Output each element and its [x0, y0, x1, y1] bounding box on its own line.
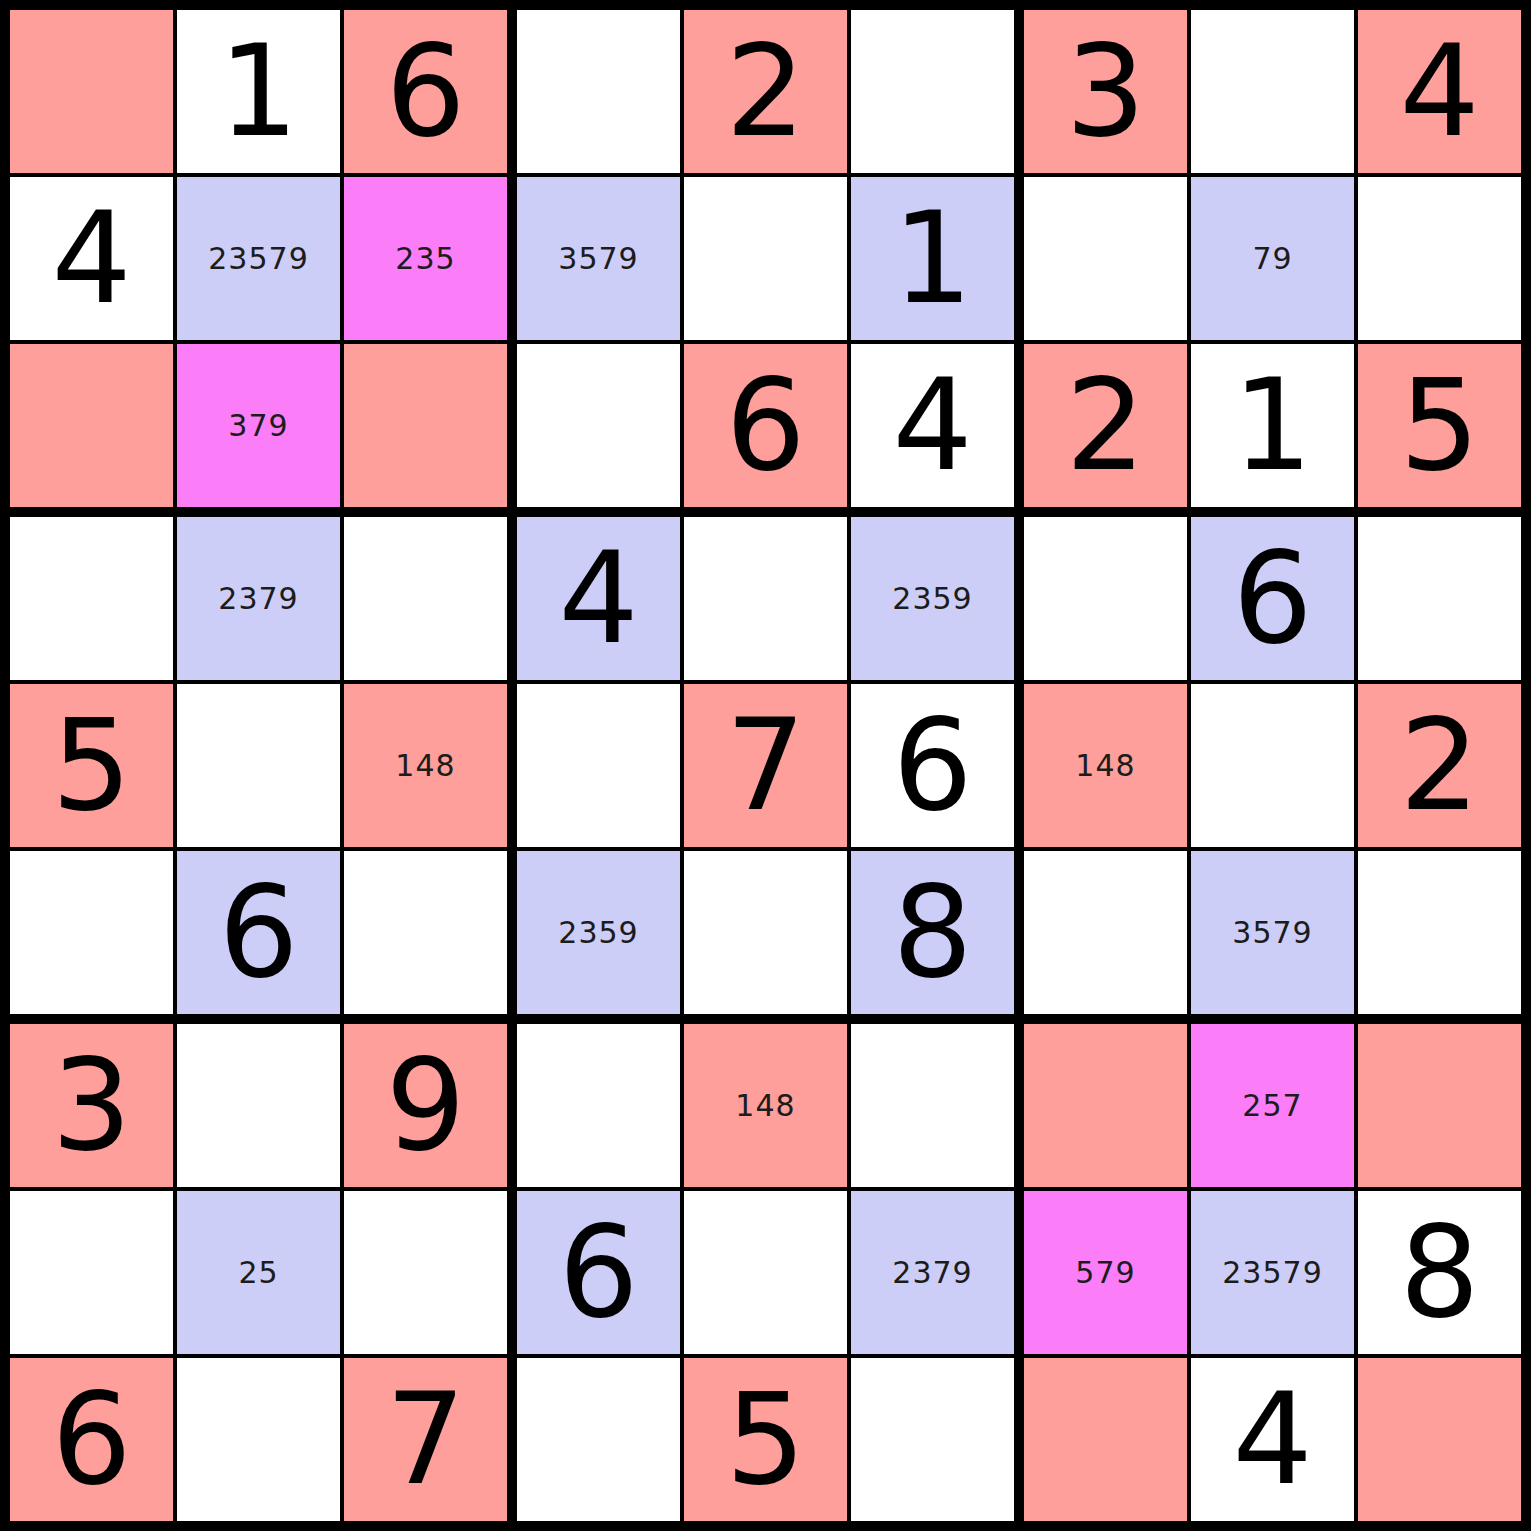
- cell-r1c4[interactable]: [517, 10, 684, 177]
- cell-r6c2[interactable]: 6: [177, 851, 344, 1024]
- cell-r2c3[interactable]: 235: [344, 177, 517, 344]
- solved-digit: 8: [1399, 1210, 1479, 1336]
- cell-r3c7[interactable]: 2: [1024, 344, 1191, 517]
- cell-r4c1[interactable]: [10, 517, 177, 684]
- candidate-digits: 579: [1075, 1258, 1135, 1288]
- solved-digit: 6: [385, 29, 465, 155]
- cell-r8c2[interactable]: 25: [177, 1191, 344, 1358]
- solved-digit: 7: [725, 703, 805, 829]
- cell-r1c2[interactable]: 1: [177, 10, 344, 177]
- candidate-digits: 379: [228, 411, 288, 441]
- cell-r6c5[interactable]: [684, 851, 851, 1024]
- solved-digit: 4: [51, 196, 131, 322]
- candidate-digits: 25: [238, 1258, 278, 1288]
- cell-r3c6[interactable]: 4: [851, 344, 1024, 517]
- cell-r4c6[interactable]: 2359: [851, 517, 1024, 684]
- cell-r9c1[interactable]: 6: [10, 1358, 177, 1521]
- cell-r5c5[interactable]: 7: [684, 684, 851, 851]
- cell-r8c3[interactable]: [344, 1191, 517, 1358]
- sudoku-board: 1623442357923535791793796421523794235965…: [0, 0, 1531, 1531]
- cell-r9c4[interactable]: [517, 1358, 684, 1521]
- cell-r6c1[interactable]: [10, 851, 177, 1024]
- cell-r3c4[interactable]: [517, 344, 684, 517]
- cell-r3c2[interactable]: 379: [177, 344, 344, 517]
- cell-r5c2[interactable]: [177, 684, 344, 851]
- solved-digit: 2: [725, 29, 805, 155]
- cell-r3c8[interactable]: 1: [1191, 344, 1358, 517]
- cell-r4c3[interactable]: [344, 517, 517, 684]
- cell-r3c5[interactable]: 6: [684, 344, 851, 517]
- cell-r8c5[interactable]: [684, 1191, 851, 1358]
- cell-r1c6[interactable]: [851, 10, 1024, 177]
- cell-r7c4[interactable]: [517, 1024, 684, 1191]
- cell-r9c5[interactable]: 5: [684, 1358, 851, 1521]
- candidate-digits: 2359: [892, 584, 972, 614]
- solved-digit: 1: [218, 29, 298, 155]
- cell-r7c3[interactable]: 9: [344, 1024, 517, 1191]
- cell-r7c7[interactable]: [1024, 1024, 1191, 1191]
- cell-r6c4[interactable]: 2359: [517, 851, 684, 1024]
- solved-digit: 5: [51, 703, 131, 829]
- cell-r1c9[interactable]: 4: [1358, 10, 1521, 177]
- cell-r8c7[interactable]: 579: [1024, 1191, 1191, 1358]
- solved-digit: 4: [1232, 1377, 1312, 1503]
- solved-digit: 5: [1399, 363, 1479, 489]
- cell-r6c3[interactable]: [344, 851, 517, 1024]
- solved-digit: 8: [892, 870, 972, 996]
- cell-r2c9[interactable]: [1358, 177, 1521, 344]
- solved-digit: 9: [385, 1043, 465, 1169]
- candidate-digits: 79: [1252, 244, 1292, 274]
- candidate-digits: 148: [1075, 751, 1135, 781]
- cell-r7c9[interactable]: [1358, 1024, 1521, 1191]
- cell-r9c7[interactable]: [1024, 1358, 1191, 1521]
- candidate-digits: 23579: [208, 244, 308, 274]
- candidate-digits: 3579: [1232, 918, 1312, 948]
- cell-r2c6[interactable]: 1: [851, 177, 1024, 344]
- cell-r1c3[interactable]: 6: [344, 10, 517, 177]
- cell-r1c8[interactable]: [1191, 10, 1358, 177]
- cell-r2c4[interactable]: 3579: [517, 177, 684, 344]
- cell-r3c1[interactable]: [10, 344, 177, 517]
- solved-digit: 6: [1232, 536, 1312, 662]
- cell-r7c2[interactable]: [177, 1024, 344, 1191]
- solved-digit: 2: [1065, 363, 1145, 489]
- cell-r1c1[interactable]: [10, 10, 177, 177]
- cell-r8c1[interactable]: [10, 1191, 177, 1358]
- candidate-digits: 3579: [558, 244, 638, 274]
- cell-r4c9[interactable]: [1358, 517, 1521, 684]
- cell-r2c2[interactable]: 23579: [177, 177, 344, 344]
- cell-r4c7[interactable]: [1024, 517, 1191, 684]
- candidate-digits: 148: [395, 751, 455, 781]
- cell-r9c6[interactable]: [851, 1358, 1024, 1521]
- solved-digit: 6: [51, 1377, 131, 1503]
- cell-r5c1[interactable]: 5: [10, 684, 177, 851]
- cell-r9c8[interactable]: 4: [1191, 1358, 1358, 1521]
- cell-r4c8[interactable]: 6: [1191, 517, 1358, 684]
- solved-digit: 2: [1399, 703, 1479, 829]
- candidate-digits: 2379: [892, 1258, 972, 1288]
- candidate-digits: 2379: [218, 584, 298, 614]
- cell-r8c4[interactable]: 6: [517, 1191, 684, 1358]
- cell-r5c6[interactable]: 6: [851, 684, 1024, 851]
- candidate-digits: 235: [395, 244, 455, 274]
- cell-r3c9[interactable]: 5: [1358, 344, 1521, 517]
- solved-digit: 3: [51, 1043, 131, 1169]
- cell-r7c8[interactable]: 257: [1191, 1024, 1358, 1191]
- cell-r2c5[interactable]: [684, 177, 851, 344]
- cell-r9c3[interactable]: 7: [344, 1358, 517, 1521]
- solved-digit: 5: [725, 1377, 805, 1503]
- solved-digit: 4: [1399, 29, 1479, 155]
- cell-r5c8[interactable]: [1191, 684, 1358, 851]
- cell-r2c1[interactable]: 4: [10, 177, 177, 344]
- cell-r5c7[interactable]: 148: [1024, 684, 1191, 851]
- candidate-digits: 148: [735, 1091, 795, 1121]
- cell-r5c3[interactable]: 148: [344, 684, 517, 851]
- cell-r4c2[interactable]: 2379: [177, 517, 344, 684]
- cell-r6c8[interactable]: 3579: [1191, 851, 1358, 1024]
- cell-r6c7[interactable]: [1024, 851, 1191, 1024]
- cell-r1c7[interactable]: 3: [1024, 10, 1191, 177]
- cell-r9c9[interactable]: [1358, 1358, 1521, 1521]
- solved-digit: 6: [558, 1210, 638, 1336]
- candidate-digits: 23579: [1222, 1258, 1322, 1288]
- solved-digit: 1: [1232, 363, 1312, 489]
- cell-r7c1[interactable]: 3: [10, 1024, 177, 1191]
- cell-r8c9[interactable]: 8: [1358, 1191, 1521, 1358]
- solved-digit: 6: [218, 870, 298, 996]
- cell-r8c6[interactable]: 2379: [851, 1191, 1024, 1358]
- cell-r6c9[interactable]: [1358, 851, 1521, 1024]
- candidate-digits: 257: [1242, 1091, 1302, 1121]
- solved-digit: 4: [892, 363, 972, 489]
- cell-r5c4[interactable]: [517, 684, 684, 851]
- cell-r2c7[interactable]: [1024, 177, 1191, 344]
- cell-r7c6[interactable]: [851, 1024, 1024, 1191]
- solved-digit: 6: [892, 703, 972, 829]
- cell-r6c6[interactable]: 8: [851, 851, 1024, 1024]
- cell-r9c2[interactable]: [177, 1358, 344, 1521]
- cell-r5c9[interactable]: 2: [1358, 684, 1521, 851]
- solved-digit: 6: [725, 363, 805, 489]
- cell-r2c8[interactable]: 79: [1191, 177, 1358, 344]
- cell-r3c3[interactable]: [344, 344, 517, 517]
- cell-r1c5[interactable]: 2: [684, 10, 851, 177]
- candidate-digits: 2359: [558, 918, 638, 948]
- cell-r8c8[interactable]: 23579: [1191, 1191, 1358, 1358]
- solved-digit: 4: [558, 536, 638, 662]
- cell-r4c5[interactable]: [684, 517, 851, 684]
- solved-digit: 3: [1065, 29, 1145, 155]
- cell-r4c4[interactable]: 4: [517, 517, 684, 684]
- solved-digit: 7: [385, 1377, 465, 1503]
- solved-digit: 1: [892, 196, 972, 322]
- cell-r7c5[interactable]: 148: [684, 1024, 851, 1191]
